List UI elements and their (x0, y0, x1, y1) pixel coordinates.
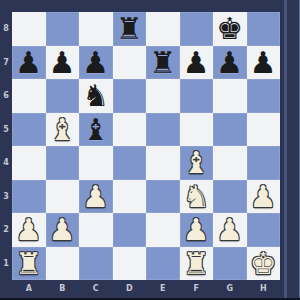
square-e5[interactable] (146, 113, 180, 147)
rank-label-5: 5 (0, 113, 12, 147)
rank-label-7: 7 (0, 46, 12, 80)
piece-white-pawn[interactable]: ♟ (216, 213, 243, 247)
file-label-d: D (113, 281, 147, 296)
square-e2[interactable] (146, 213, 180, 247)
square-d7[interactable] (113, 46, 147, 80)
square-e7[interactable]: ♜ (146, 46, 180, 80)
piece-white-rook[interactable]: ♜ (15, 247, 42, 281)
square-d6[interactable] (113, 79, 147, 113)
square-f5[interactable] (180, 113, 214, 147)
square-c2[interactable] (79, 213, 113, 247)
piece-white-bishop[interactable]: ♝ (49, 113, 76, 147)
square-c8[interactable] (79, 12, 113, 46)
square-a5[interactable] (12, 113, 46, 147)
piece-white-bishop[interactable]: ♝ (183, 146, 210, 180)
rank-label-2: 2 (0, 213, 12, 247)
square-g4[interactable] (213, 146, 247, 180)
square-h3[interactable]: ♟ (247, 180, 281, 214)
square-b3[interactable] (46, 180, 80, 214)
rank-label-1: 1 (0, 247, 12, 281)
square-f8[interactable] (180, 12, 214, 46)
square-b1[interactable] (46, 247, 80, 281)
file-label-h: H (247, 281, 281, 296)
frame-edge-highlight (299, 0, 300, 300)
file-labels: ABCDEFGH (12, 281, 280, 296)
file-label-f: F (180, 281, 214, 296)
square-c3[interactable]: ♟ (79, 180, 113, 214)
file-label-e: E (146, 281, 180, 296)
square-h5[interactable] (247, 113, 281, 147)
piece-white-pawn[interactable]: ♟ (250, 180, 277, 214)
square-h4[interactable] (247, 146, 281, 180)
square-c1[interactable] (79, 247, 113, 281)
square-b8[interactable] (46, 12, 80, 46)
square-g3[interactable] (213, 180, 247, 214)
piece-black-pawn[interactable]: ♟ (49, 46, 76, 80)
piece-white-pawn[interactable]: ♟ (82, 180, 109, 214)
square-f6[interactable] (180, 79, 214, 113)
piece-white-knight[interactable]: ♞ (183, 180, 210, 214)
square-d1[interactable] (113, 247, 147, 281)
square-g5[interactable] (213, 113, 247, 147)
square-e4[interactable] (146, 146, 180, 180)
square-h7[interactable]: ♟ (247, 46, 281, 80)
piece-black-king[interactable]: ♚ (216, 12, 243, 46)
rank-label-6: 6 (0, 79, 12, 113)
square-c5[interactable]: ♝ (79, 113, 113, 147)
square-b2[interactable]: ♟ (46, 213, 80, 247)
square-a2[interactable]: ♟ (12, 213, 46, 247)
square-f3[interactable]: ♞ (180, 180, 214, 214)
square-h2[interactable] (247, 213, 281, 247)
piece-white-king[interactable]: ♚ (250, 247, 277, 281)
piece-black-pawn[interactable]: ♟ (15, 46, 42, 80)
square-d8[interactable]: ♜ (113, 12, 147, 46)
file-label-a: A (12, 281, 46, 296)
chess-board[interactable]: ♜♚♟♟♟♜♟♟♟♞♝♝♝♟♞♟♟♟♟♟♜♜♚ (12, 12, 280, 280)
square-f2[interactable]: ♟ (180, 213, 214, 247)
piece-black-rook[interactable]: ♜ (116, 12, 143, 46)
frame-groove (284, 0, 287, 300)
piece-white-pawn[interactable]: ♟ (49, 213, 76, 247)
square-g6[interactable] (213, 79, 247, 113)
square-d2[interactable] (113, 213, 147, 247)
square-h8[interactable] (247, 12, 281, 46)
square-e6[interactable] (146, 79, 180, 113)
square-e1[interactable] (146, 247, 180, 281)
square-a4[interactable] (12, 146, 46, 180)
square-g7[interactable]: ♟ (213, 46, 247, 80)
square-c4[interactable] (79, 146, 113, 180)
piece-black-rook[interactable]: ♜ (149, 46, 176, 80)
piece-black-pawn[interactable]: ♟ (216, 46, 243, 80)
square-g8[interactable]: ♚ (213, 12, 247, 46)
rank-label-4: 4 (0, 146, 12, 180)
square-d4[interactable] (113, 146, 147, 180)
square-a7[interactable]: ♟ (12, 46, 46, 80)
square-e3[interactable] (146, 180, 180, 214)
square-b6[interactable] (46, 79, 80, 113)
file-label-g: G (213, 281, 247, 296)
square-c7[interactable]: ♟ (79, 46, 113, 80)
rank-label-8: 8 (0, 12, 12, 46)
piece-black-pawn[interactable]: ♟ (250, 46, 277, 80)
square-b4[interactable] (46, 146, 80, 180)
piece-white-rook[interactable]: ♜ (183, 247, 210, 281)
square-d3[interactable] (113, 180, 147, 214)
square-f4[interactable]: ♝ (180, 146, 214, 180)
piece-white-pawn[interactable]: ♟ (15, 213, 42, 247)
square-h6[interactable] (247, 79, 281, 113)
square-b5[interactable]: ♝ (46, 113, 80, 147)
piece-black-bishop[interactable]: ♝ (82, 113, 109, 147)
piece-black-knight[interactable]: ♞ (82, 79, 109, 113)
square-f7[interactable]: ♟ (180, 46, 214, 80)
rank-labels: 87654321 (0, 12, 12, 280)
square-g2[interactable]: ♟ (213, 213, 247, 247)
piece-black-pawn[interactable]: ♟ (183, 46, 210, 80)
square-b7[interactable]: ♟ (46, 46, 80, 80)
piece-black-pawn[interactable]: ♟ (82, 46, 109, 80)
square-f1[interactable]: ♜ (180, 247, 214, 281)
square-h1[interactable]: ♚ (247, 247, 281, 281)
piece-white-pawn[interactable]: ♟ (183, 213, 210, 247)
chess-board-frame: 87654321 ♜♚♟♟♟♜♟♟♟♞♝♝♝♟♞♟♟♟♟♟♜♜♚ ABCDEFG… (0, 0, 300, 300)
square-a8[interactable] (12, 12, 46, 46)
square-c6[interactable]: ♞ (79, 79, 113, 113)
square-d5[interactable] (113, 113, 147, 147)
square-a1[interactable]: ♜ (12, 247, 46, 281)
square-e8[interactable] (146, 12, 180, 46)
rank-label-3: 3 (0, 180, 12, 214)
square-a6[interactable] (12, 79, 46, 113)
file-label-c: C (79, 281, 113, 296)
square-g1[interactable] (213, 247, 247, 281)
square-a3[interactable] (12, 180, 46, 214)
file-label-b: B (46, 281, 80, 296)
